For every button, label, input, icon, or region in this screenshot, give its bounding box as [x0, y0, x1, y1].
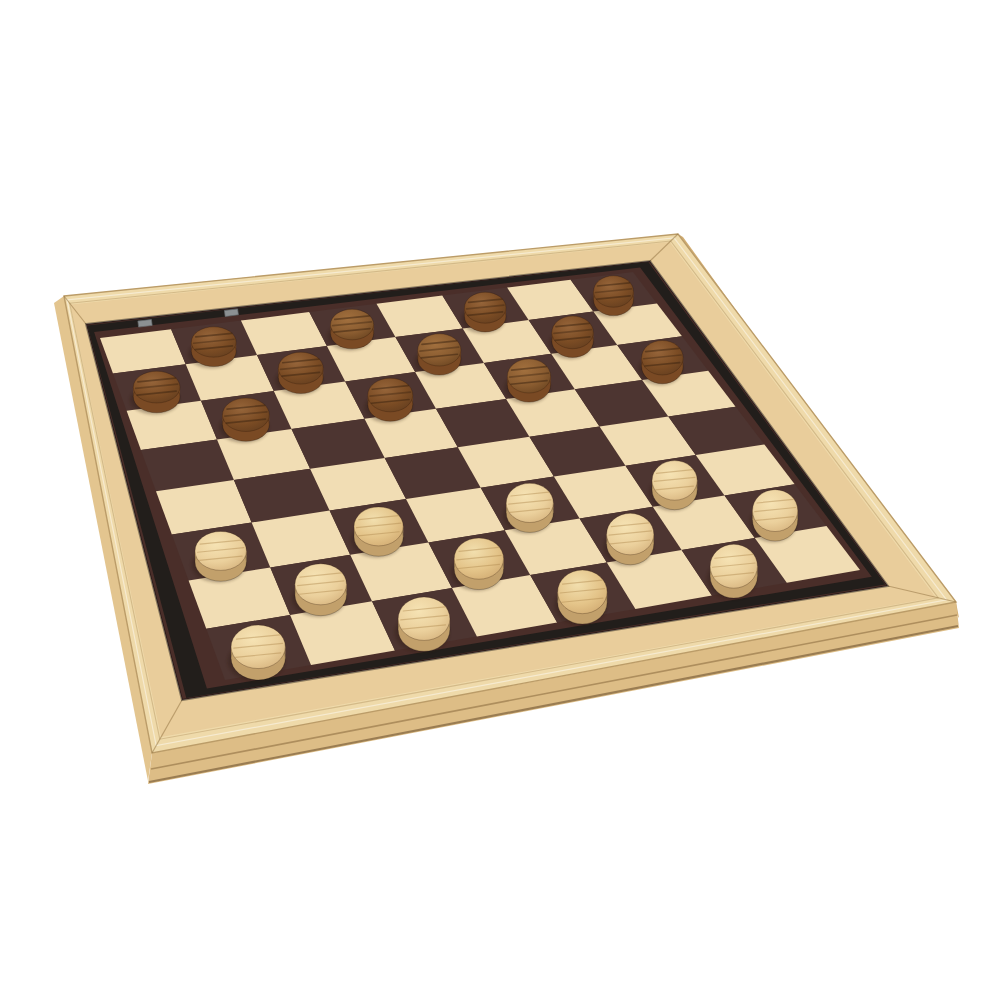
piece-top — [354, 507, 403, 546]
checkers-board — [0, 0, 1000, 1000]
piece-dark-r1c2[interactable] — [188, 327, 236, 369]
piece-dark-r2c5[interactable] — [414, 334, 460, 377]
hinge-icon-2 — [224, 309, 238, 317]
piece-top — [558, 570, 607, 614]
piece-light-r8c1[interactable] — [227, 625, 285, 681]
piece-light-r7c2[interactable] — [291, 564, 346, 617]
piece-top — [398, 597, 450, 640]
hinge-icon-1 — [138, 320, 152, 328]
piece-light-r6c1[interactable] — [191, 531, 246, 582]
piece-top — [231, 625, 285, 669]
piece-dark-r3c2[interactable] — [219, 398, 269, 443]
piece-top — [454, 538, 503, 579]
piece-top — [506, 483, 553, 522]
piece-top — [607, 513, 654, 554]
piece-dark-r2c3[interactable] — [275, 352, 323, 395]
piece-top — [295, 564, 347, 605]
piece-dark-r3c4[interactable] — [364, 378, 412, 423]
piece-top — [195, 531, 246, 570]
piece-dark-r1c4[interactable] — [327, 309, 373, 350]
piece-dark-r1c6[interactable] — [461, 292, 506, 333]
piece-dark-r2c1[interactable] — [130, 371, 180, 414]
checkers-product-photo — [0, 0, 1000, 1000]
